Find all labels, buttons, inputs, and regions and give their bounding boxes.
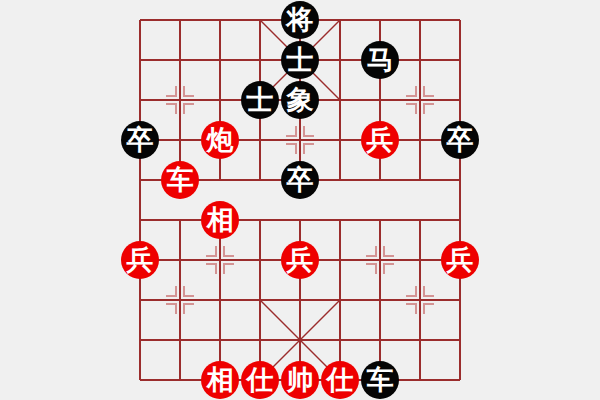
piece-red-pawn[interactable]: 兵	[121, 241, 159, 279]
piece-red-pawn[interactable]: 兵	[361, 121, 399, 159]
piece-red-advisor[interactable]: 仕	[321, 361, 359, 399]
piece-black-chariot[interactable]: 车	[361, 361, 399, 399]
pieces-layer: 将士马士象卒炮兵卒车卒相兵兵兵相仕帅仕车	[120, 0, 480, 400]
piece-black-horse[interactable]: 马	[361, 41, 399, 79]
piece-black-pawn[interactable]: 卒	[121, 121, 159, 159]
piece-red-general[interactable]: 帅	[281, 361, 319, 399]
piece-red-elephant[interactable]: 相	[201, 201, 239, 239]
xiangqi-app: 将士马士象卒炮兵卒车卒相兵兵兵相仕帅仕车	[0, 0, 600, 400]
piece-black-elephant[interactable]: 象	[281, 81, 319, 119]
piece-black-general[interactable]: 将	[281, 1, 319, 39]
piece-red-pawn[interactable]: 兵	[281, 241, 319, 279]
xiangqi-board[interactable]: 将士马士象卒炮兵卒车卒相兵兵兵相仕帅仕车	[0, 0, 600, 400]
piece-black-advisor[interactable]: 士	[281, 41, 319, 79]
piece-black-pawn[interactable]: 卒	[281, 161, 319, 199]
piece-red-cannon[interactable]: 炮	[201, 121, 239, 159]
piece-red-elephant[interactable]: 相	[201, 361, 239, 399]
piece-red-advisor[interactable]: 仕	[241, 361, 279, 399]
piece-red-chariot[interactable]: 车	[161, 161, 199, 199]
piece-black-advisor[interactable]: 士	[241, 81, 279, 119]
piece-red-pawn[interactable]: 兵	[441, 241, 479, 279]
piece-black-pawn[interactable]: 卒	[441, 121, 479, 159]
